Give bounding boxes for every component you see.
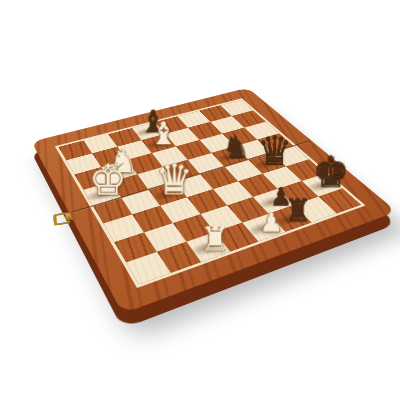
piece-white-queen[interactable]: ♛ [155, 158, 191, 200]
chess-board: ♝♝♞♚♞♛♛♟♚♜♟♜ [55, 98, 366, 288]
chess-set: ♝♝♞♚♞♛♛♟♚♜♟♜ [31, 88, 396, 314]
brass-clasp [53, 209, 85, 226]
piece-black-knight[interactable]: ♞ [219, 131, 252, 162]
product-photo: ♝♝♞♚♞♛♛♟♚♜♟♜ [0, 0, 400, 400]
board-frame: ♝♝♞♚♞♛♛♟♚♜♟♜ [31, 88, 396, 314]
piece-black-king[interactable]: ♚ [312, 150, 347, 192]
clasp-bar-icon [65, 211, 84, 220]
piece-white-pawn[interactable]: ♟ [252, 210, 291, 236]
piece-white-bishop[interactable]: ♝ [148, 118, 180, 149]
piece-black-queen[interactable]: ♛ [257, 130, 291, 170]
piece-white-rook[interactable]: ♜ [195, 223, 235, 256]
piece-white-king[interactable]: ♚ [89, 159, 125, 201]
